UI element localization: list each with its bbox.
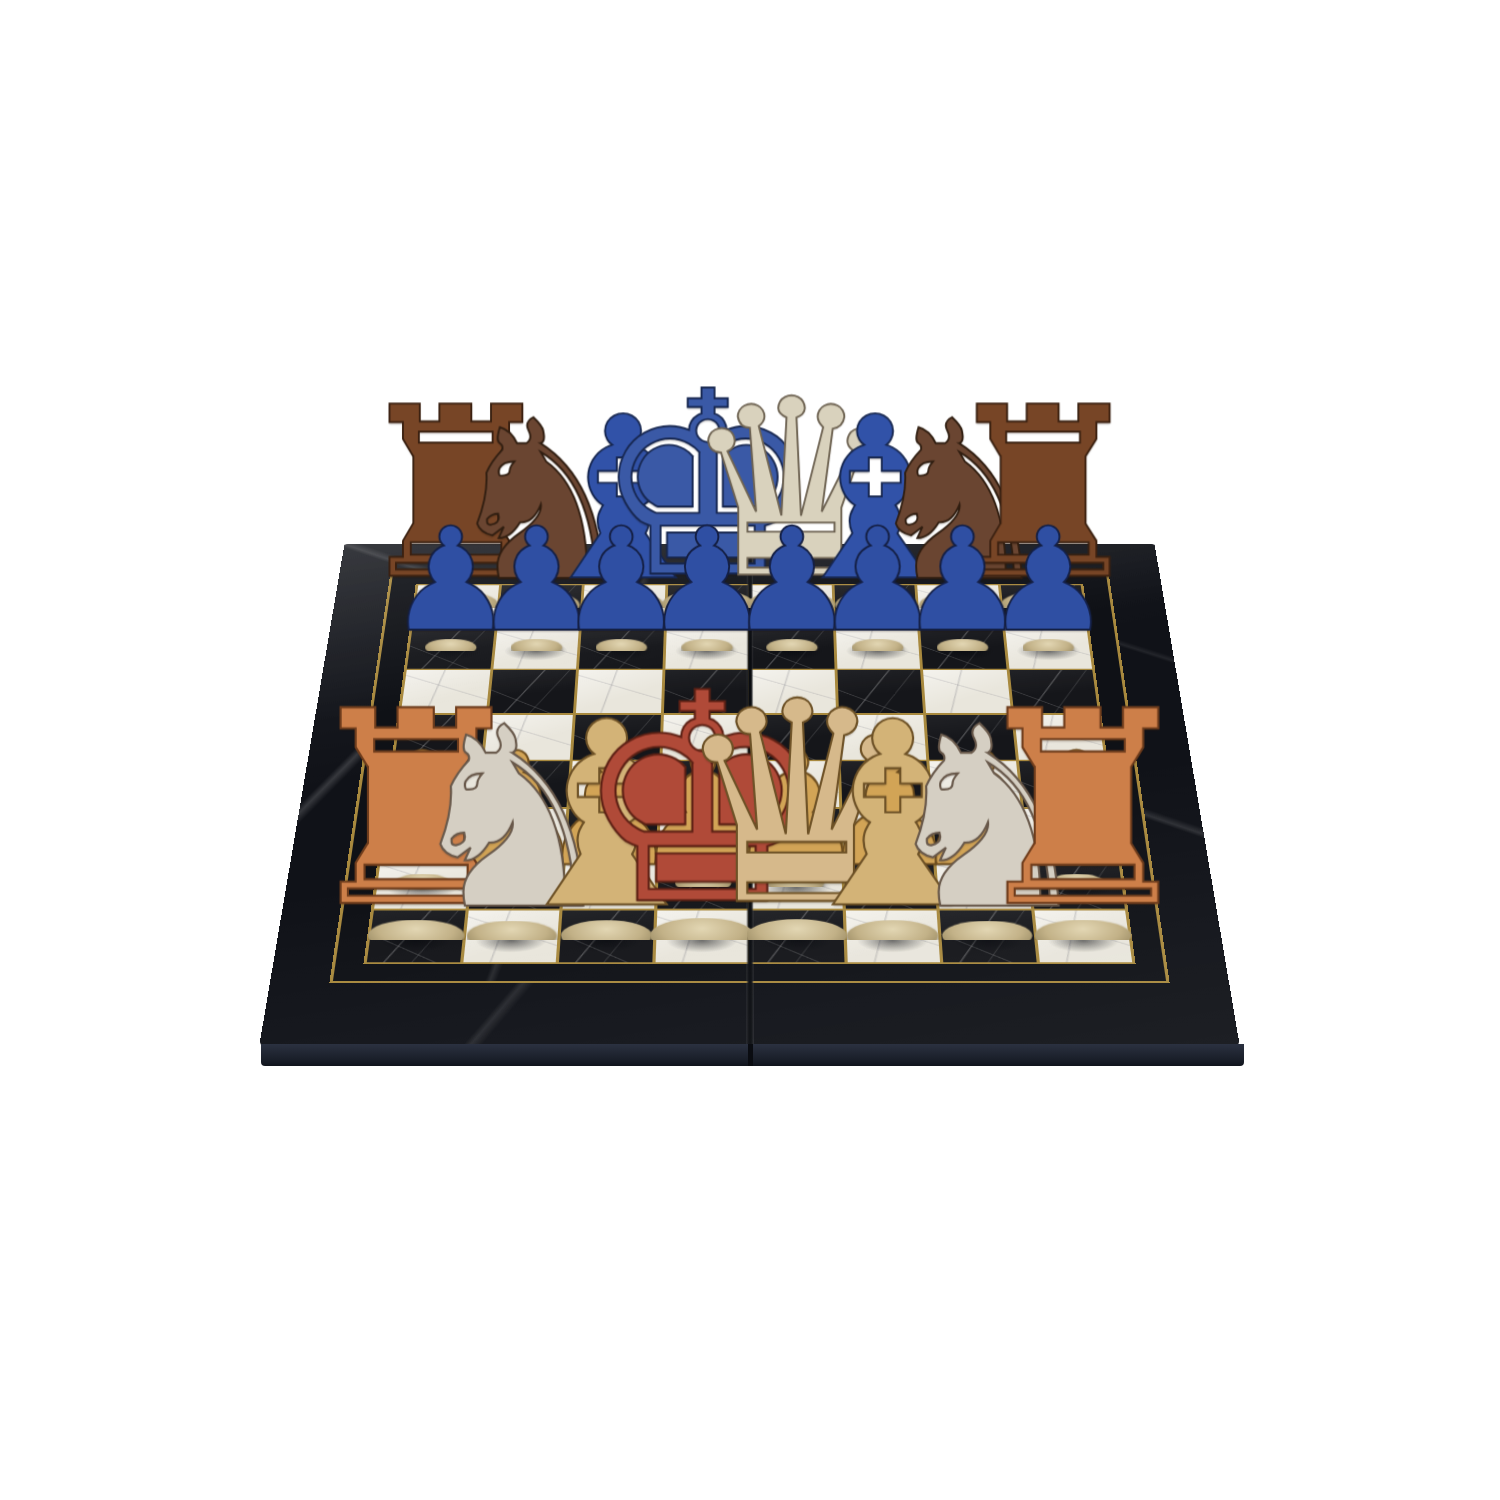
- square-h1: ♜: [1034, 911, 1132, 963]
- chess-board-grid: ♜♞♝♚♛♝♞♜♟♟♟♟♟♟♟♟♟♟♟♟♟♟♟♟♜♞♝♚♛♝♞♜: [363, 584, 1135, 964]
- chess-board: ♜♞♝♚♛♝♞♜♟♟♟♟♟♟♟♟♟♟♟♟♟♟♟♟♜♞♝♚♛♝♞♜: [259, 544, 1239, 1045]
- board-playing-area: ♜♞♝♚♛♝♞♜♟♟♟♟♟♟♟♟♟♟♟♟♟♟♟♟♜♞♝♚♛♝♞♜: [329, 570, 1169, 983]
- board-front-seam: [748, 1044, 753, 1066]
- black-pawn-glyph: ♟: [984, 509, 1112, 652]
- white-rook-glyph: ♜: [962, 676, 1202, 944]
- board-front-edge: [261, 1044, 1244, 1066]
- product-photo: ♜♞♝♚♛♝♞♜♟♟♟♟♟♟♟♟♟♟♟♟♟♟♟♟♜♞♝♚♛♝♞♜: [0, 0, 1500, 1500]
